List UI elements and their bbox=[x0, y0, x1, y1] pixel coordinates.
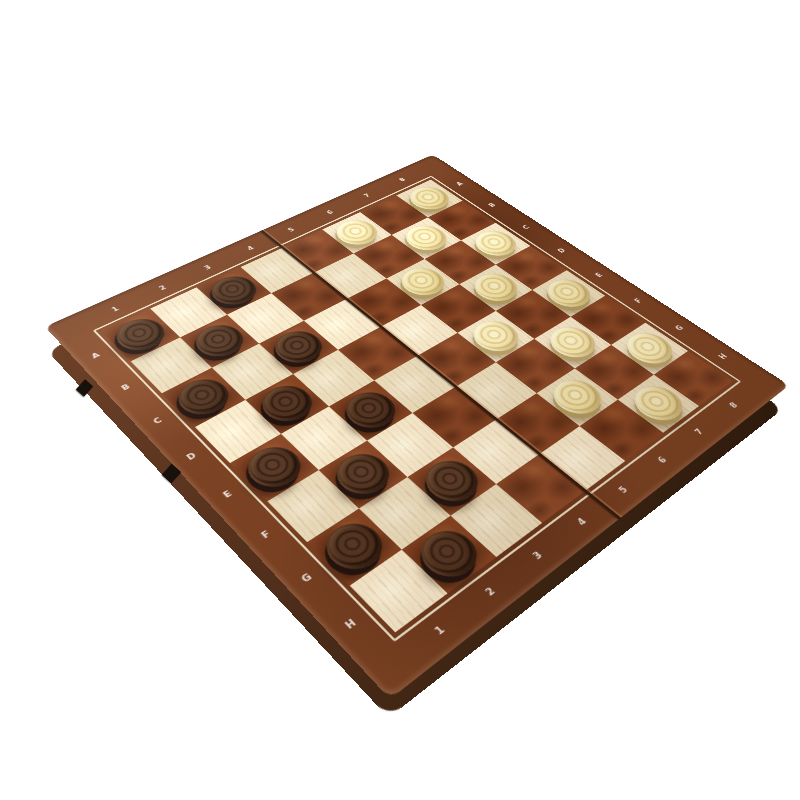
board-border-line bbox=[93, 176, 742, 642]
board-grid bbox=[101, 180, 733, 633]
product-photo-scene: 12345678 12345678 ABCDEFGH ABCDEFGH bbox=[0, 0, 800, 800]
checkers-board: 12345678 12345678 ABCDEFGH ABCDEFGH bbox=[45, 155, 789, 700]
board-anchor: 12345678 12345678 ABCDEFGH ABCDEFGH bbox=[133, 72, 701, 640]
